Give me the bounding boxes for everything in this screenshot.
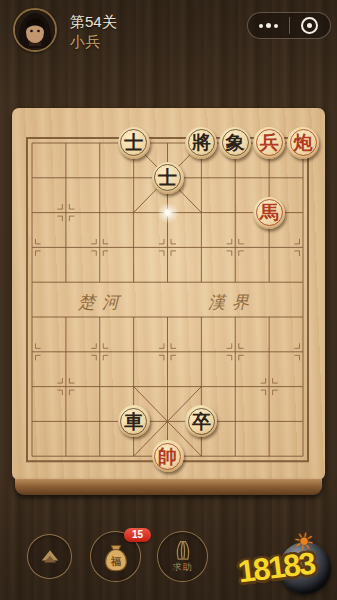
piece-glyph: 卒 [192,411,211,430]
piece-black-advisor-d0[interactable]: 士 [118,127,150,159]
avatar[interactable] [13,8,57,52]
app-screen: 第54关 小兵 楚河 漢界 士將象兵炮士馬車卒帥✦ 福 1 [0,0,337,600]
miniprogram-capsule [247,12,331,39]
piece-glyph: 炮 [294,133,313,152]
piece-black-advisor-e1[interactable]: 士 [152,162,184,194]
piece-black-soldier-f8[interactable]: 卒 [185,405,217,437]
header: 第54关 小兵 [0,0,337,60]
rewards-button[interactable]: 福 15 [90,531,141,582]
piece-red-soldier-h0[interactable]: 兵 [253,127,285,159]
piece-glyph: 車 [124,411,143,430]
piece-layer: 士將象兵炮士馬車卒帥✦ [15,126,320,474]
piece-black-general-f0[interactable]: 將 [185,127,217,159]
target-circle-icon [301,17,318,34]
exit-button[interactable] [290,13,331,38]
piece-glyph: 將 [192,133,211,152]
board-edge-3d [15,479,322,495]
piece-red-general-e9[interactable]: 帥 [152,440,184,472]
piece-glyph: 士 [124,133,143,152]
help-button[interactable]: 求助 [157,531,208,582]
chevron-up-icon [35,542,65,572]
svg-text:福: 福 [109,554,121,566]
level-title: 第54关 [70,13,117,32]
piece-glyph: 兵 [260,133,279,152]
piece-glyph: 象 [226,133,245,152]
xiangqi-board[interactable]: 楚河 漢界 士將象兵炮士馬車卒帥✦ [12,108,325,480]
avatar-portrait [15,10,55,50]
piece-red-cannon-i0[interactable]: 炮 [287,127,319,159]
rewards-badge: 15 [124,528,151,542]
piece-glyph: 士 [158,168,177,187]
piece-glyph: 帥 [158,446,177,465]
piece-black-elephant-g0[interactable]: 象 [219,127,251,159]
help-button-label: 求助 [173,561,193,574]
watermark-18183: ☀ 18183 [221,530,335,596]
piece-red-horse-h2[interactable]: 馬 [253,197,285,229]
collapse-button[interactable] [27,534,72,579]
more-dots-icon [259,23,279,29]
more-button[interactable] [248,13,289,38]
piece-glyph: 馬 [260,203,279,222]
money-bag-icon: 福 [99,540,133,574]
piece-black-chariot-d8[interactable]: 車 [118,405,150,437]
stage-title: 小兵 [70,33,100,52]
sparkle-effect: ✦ [157,202,179,224]
